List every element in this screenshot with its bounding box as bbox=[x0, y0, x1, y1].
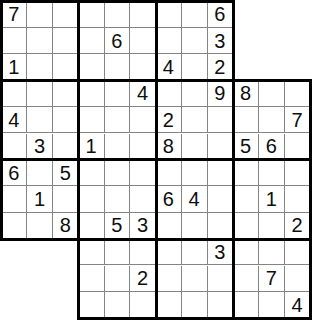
thick-grid-line-horizontal bbox=[0, 79, 312, 82]
cell-r11c9[interactable] bbox=[208, 266, 234, 292]
cell-r8c7: 6 bbox=[156, 186, 182, 212]
cell-r3c5[interactable] bbox=[105, 54, 131, 80]
cell-r10c11[interactable] bbox=[259, 239, 285, 265]
cell-r5c10[interactable] bbox=[233, 107, 259, 133]
cell-r8c12[interactable] bbox=[285, 186, 311, 212]
cell-r4c7[interactable] bbox=[156, 81, 182, 107]
cell-r9c8[interactable] bbox=[182, 213, 208, 239]
cell-r12c10[interactable] bbox=[233, 292, 259, 318]
cell-r8c10[interactable] bbox=[233, 186, 259, 212]
cell-r12c7[interactable] bbox=[156, 292, 182, 318]
cell-r7c7[interactable] bbox=[156, 160, 182, 186]
cell-r9c11[interactable] bbox=[259, 213, 285, 239]
cell-r1c7[interactable] bbox=[156, 2, 182, 28]
cell-r6c12[interactable] bbox=[285, 134, 311, 160]
cell-r7c9[interactable] bbox=[208, 160, 234, 186]
cell-r11c4[interactable] bbox=[79, 266, 105, 292]
thick-grid-line-horizontal bbox=[0, 0, 235, 3]
cell-r7c10[interactable] bbox=[233, 160, 259, 186]
cell-r12c9[interactable] bbox=[208, 292, 234, 318]
cell-r9c3: 8 bbox=[53, 213, 79, 239]
cell-r8c5[interactable] bbox=[105, 186, 131, 212]
cell-r4c11[interactable] bbox=[259, 81, 285, 107]
cell-r3c8[interactable] bbox=[182, 54, 208, 80]
cell-r8c4[interactable] bbox=[79, 186, 105, 212]
cell-r8c6[interactable] bbox=[130, 186, 156, 212]
cell-r5c5[interactable] bbox=[105, 107, 131, 133]
sudoku-board: 76631424984273185665164185323274 bbox=[0, 0, 312, 320]
cell-r4c5[interactable] bbox=[105, 81, 131, 107]
cell-r2c5: 6 bbox=[105, 28, 131, 54]
cell-r2c6[interactable] bbox=[130, 28, 156, 54]
cell-r4c12[interactable] bbox=[285, 81, 311, 107]
cell-r7c1: 6 bbox=[2, 160, 28, 186]
cell-r6c11: 6 bbox=[259, 134, 285, 160]
cell-r9c9[interactable] bbox=[208, 213, 234, 239]
cell-r3c1: 1 bbox=[2, 54, 28, 80]
cell-r1c8[interactable] bbox=[182, 2, 208, 28]
cell-r9c2[interactable] bbox=[27, 213, 53, 239]
cell-r10c7[interactable] bbox=[156, 239, 182, 265]
cell-r10c6[interactable] bbox=[130, 239, 156, 265]
cell-r9c4[interactable] bbox=[79, 213, 105, 239]
cell-r7c11[interactable] bbox=[259, 160, 285, 186]
cell-r11c12[interactable] bbox=[285, 266, 311, 292]
cell-r8c2: 1 bbox=[27, 186, 53, 212]
cell-r6c1[interactable] bbox=[2, 134, 28, 160]
cell-r2c9: 3 bbox=[208, 28, 234, 54]
cell-r1c2[interactable] bbox=[27, 2, 53, 28]
cell-r12c6[interactable] bbox=[130, 292, 156, 318]
cell-r5c9[interactable] bbox=[208, 107, 234, 133]
cell-r10c10[interactable] bbox=[233, 239, 259, 265]
cell-r9c10[interactable] bbox=[233, 213, 259, 239]
cell-r1c6[interactable] bbox=[130, 2, 156, 28]
cell-r1c5[interactable] bbox=[105, 2, 131, 28]
cell-r11c6: 2 bbox=[130, 266, 156, 292]
cell-r5c11[interactable] bbox=[259, 107, 285, 133]
thick-grid-line-vertical bbox=[0, 0, 3, 241]
cell-r2c2[interactable] bbox=[27, 28, 53, 54]
cell-r9c5: 5 bbox=[105, 213, 131, 239]
cell-r12c8[interactable] bbox=[182, 292, 208, 318]
cell-r10c12[interactable] bbox=[285, 239, 311, 265]
cell-r2c4[interactable] bbox=[79, 28, 105, 54]
cell-r12c4[interactable] bbox=[79, 292, 105, 318]
cell-r1c3[interactable] bbox=[53, 2, 79, 28]
cell-r10c8[interactable] bbox=[182, 239, 208, 265]
cell-r6c10: 5 bbox=[233, 134, 259, 160]
cell-r12c12: 4 bbox=[285, 292, 311, 318]
cell-r5c6[interactable] bbox=[130, 107, 156, 133]
cell-r1c1: 7 bbox=[2, 2, 28, 28]
cell-r4c10: 8 bbox=[233, 81, 259, 107]
cell-r4c2[interactable] bbox=[27, 81, 53, 107]
thick-grid-line-horizontal bbox=[77, 317, 312, 320]
cell-r5c1: 4 bbox=[2, 107, 28, 133]
cell-r1c4[interactable] bbox=[79, 2, 105, 28]
cell-r4c8[interactable] bbox=[182, 81, 208, 107]
cell-r6c8[interactable] bbox=[182, 134, 208, 160]
cell-r6c4: 1 bbox=[79, 134, 105, 160]
cell-r10c9: 3 bbox=[208, 239, 234, 265]
cell-r4c9: 9 bbox=[208, 81, 234, 107]
cell-r6c6[interactable] bbox=[130, 134, 156, 160]
cell-r9c6: 3 bbox=[130, 213, 156, 239]
cell-r3c9: 2 bbox=[208, 54, 234, 80]
cell-r1c9: 6 bbox=[208, 2, 234, 28]
cell-r5c8[interactable] bbox=[182, 107, 208, 133]
cell-r4c1[interactable] bbox=[2, 81, 28, 107]
cell-r3c7: 4 bbox=[156, 54, 182, 80]
cell-r9c1[interactable] bbox=[2, 213, 28, 239]
cell-r7c3: 5 bbox=[53, 160, 79, 186]
cell-r11c10[interactable] bbox=[233, 266, 259, 292]
cell-r7c4[interactable] bbox=[79, 160, 105, 186]
cell-r7c8[interactable] bbox=[182, 160, 208, 186]
cell-r9c12: 2 bbox=[285, 213, 311, 239]
cell-r5c7: 2 bbox=[156, 107, 182, 133]
cell-r6c3[interactable] bbox=[53, 134, 79, 160]
thick-grid-line-vertical bbox=[309, 79, 312, 320]
cell-r8c11: 1 bbox=[259, 186, 285, 212]
cell-r8c8: 4 bbox=[182, 186, 208, 212]
cell-r7c2[interactable] bbox=[27, 160, 53, 186]
cell-r6c9[interactable] bbox=[208, 134, 234, 160]
cell-r7c5[interactable] bbox=[105, 160, 131, 186]
cell-r3c6[interactable] bbox=[130, 54, 156, 80]
cell-r5c3[interactable] bbox=[53, 107, 79, 133]
cell-r10c5[interactable] bbox=[105, 239, 131, 265]
thick-grid-line-horizontal bbox=[0, 158, 312, 161]
cell-r5c4[interactable] bbox=[79, 107, 105, 133]
cell-r2c7[interactable] bbox=[156, 28, 182, 54]
cell-r8c1[interactable] bbox=[2, 186, 28, 212]
cell-r11c7[interactable] bbox=[156, 266, 182, 292]
cell-r6c7: 8 bbox=[156, 134, 182, 160]
cell-r3c3[interactable] bbox=[53, 54, 79, 80]
cell-r2c1[interactable] bbox=[2, 28, 28, 54]
cell-r4c6: 4 bbox=[130, 81, 156, 107]
cell-r3c4[interactable] bbox=[79, 54, 105, 80]
cell-r9c7[interactable] bbox=[156, 213, 182, 239]
cell-r8c9[interactable] bbox=[208, 186, 234, 212]
thick-grid-line-horizontal bbox=[0, 238, 312, 241]
cell-r5c2[interactable] bbox=[27, 107, 53, 133]
cell-r10c4[interactable] bbox=[79, 239, 105, 265]
cell-r12c11[interactable] bbox=[259, 292, 285, 318]
cell-r5c12: 7 bbox=[285, 107, 311, 133]
cell-r6c5[interactable] bbox=[105, 134, 131, 160]
cell-r11c8[interactable] bbox=[182, 266, 208, 292]
cell-r12c5[interactable] bbox=[105, 292, 131, 318]
cell-r11c11: 7 bbox=[259, 266, 285, 292]
cell-r2c8[interactable] bbox=[182, 28, 208, 54]
cell-r2c3[interactable] bbox=[53, 28, 79, 54]
cell-r3c2[interactable] bbox=[27, 54, 53, 80]
cell-r7c12[interactable] bbox=[285, 160, 311, 186]
cell-r11c5[interactable] bbox=[105, 266, 131, 292]
cell-r7c6[interactable] bbox=[130, 160, 156, 186]
cell-r4c4[interactable] bbox=[79, 81, 105, 107]
cell-r8c3[interactable] bbox=[53, 186, 79, 212]
cell-r6c2: 3 bbox=[27, 134, 53, 160]
cell-r4c3[interactable] bbox=[53, 81, 79, 107]
